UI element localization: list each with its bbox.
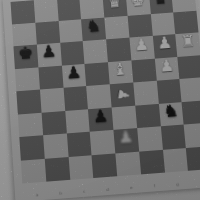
square-b4[interactable] <box>40 88 65 113</box>
piece-black-knight-g3[interactable]: ♞ <box>163 102 180 120</box>
square-e7[interactable] <box>104 15 129 39</box>
square-a8[interactable] <box>11 0 36 24</box>
piece-white-king-f8[interactable]: ♚ <box>130 0 146 9</box>
piece-white-pawn-e2[interactable]: ♟ <box>118 129 134 147</box>
file-label-h: h <box>199 179 200 184</box>
square-h7[interactable] <box>173 10 198 34</box>
piece-white-pawn-f6[interactable]: ♟ <box>133 36 149 53</box>
chess-photo: ♛♚♛♞♚♟♟♟♜♟♝♟♟♟♞♟ abcdefgh <box>0 0 200 200</box>
square-g2[interactable] <box>160 125 186 150</box>
square-c2[interactable] <box>66 132 91 157</box>
square-c5[interactable]: ♟ <box>61 63 86 87</box>
file-label-g: g <box>176 181 179 186</box>
file-label-a: a <box>35 192 38 197</box>
square-a3[interactable] <box>18 112 43 137</box>
square-f5[interactable] <box>131 58 156 82</box>
piece-black-pawn-c5[interactable]: ♟ <box>66 64 82 81</box>
square-h3[interactable] <box>182 100 200 125</box>
square-g4[interactable] <box>156 79 181 103</box>
square-e2[interactable]: ♟ <box>113 128 138 153</box>
piece-white-bishop-e5[interactable]: ♝ <box>112 60 128 77</box>
square-c7[interactable] <box>58 19 83 43</box>
square-e4[interactable]: ♟ <box>110 82 135 106</box>
square-b1[interactable] <box>44 157 69 182</box>
square-d3[interactable]: ♟ <box>88 107 113 132</box>
square-b6[interactable]: ♟ <box>37 43 62 67</box>
square-g1[interactable] <box>162 148 188 173</box>
file-label-d: d <box>106 187 109 192</box>
square-d2[interactable] <box>90 130 115 155</box>
square-g6[interactable]: ♟ <box>152 34 177 58</box>
square-f1[interactable] <box>139 149 165 174</box>
piece-black-knight-d7[interactable]: ♞ <box>85 18 101 35</box>
square-h4[interactable] <box>180 77 200 101</box>
square-a6[interactable]: ♚ <box>13 45 38 69</box>
square-d7[interactable]: ♞ <box>81 17 106 41</box>
square-d6[interactable] <box>83 39 108 63</box>
square-f7[interactable] <box>127 14 152 38</box>
piece-white-pawn-e4[interactable]: ♟ <box>116 88 132 103</box>
file-label-c: c <box>83 188 86 193</box>
square-f4[interactable] <box>133 81 158 105</box>
square-d5[interactable] <box>85 62 110 86</box>
file-label-f: f <box>153 183 155 188</box>
square-b3[interactable] <box>41 111 66 136</box>
square-e1[interactable] <box>115 151 141 176</box>
square-c3[interactable] <box>65 109 90 134</box>
chess-board-frame: ♛♚♛♞♚♟♟♟♜♟♝♟♟♟♞♟ abcdefgh <box>2 0 200 200</box>
square-c1[interactable] <box>68 155 93 180</box>
square-e6[interactable] <box>106 38 131 62</box>
square-f2[interactable] <box>137 126 163 151</box>
square-h5[interactable] <box>178 55 200 79</box>
square-f6[interactable]: ♟ <box>129 36 154 60</box>
piece-white-rook-h6[interactable]: ♜ <box>180 33 196 50</box>
piece-white-pawn-g5[interactable]: ♟ <box>158 57 174 74</box>
square-d1[interactable] <box>92 153 117 178</box>
square-a2[interactable] <box>19 135 44 160</box>
square-g5[interactable]: ♟ <box>154 56 179 80</box>
chess-board[interactable]: ♛♚♛♞♚♟♟♟♜♟♝♟♟♟♞♟ <box>11 0 200 183</box>
square-a4[interactable] <box>16 90 41 115</box>
square-a5[interactable] <box>15 67 40 91</box>
square-b8[interactable] <box>34 0 59 22</box>
square-a1[interactable] <box>21 158 46 183</box>
square-g3[interactable]: ♞ <box>158 102 183 127</box>
square-c4[interactable] <box>63 86 88 111</box>
square-e5[interactable]: ♝ <box>108 60 133 84</box>
piece-white-pawn-g6[interactable]: ♟ <box>156 35 172 52</box>
square-h2[interactable] <box>184 123 200 148</box>
piece-white-queen-e8[interactable]: ♛ <box>107 0 123 11</box>
square-e8[interactable]: ♛ <box>102 0 127 17</box>
square-b5[interactable] <box>38 65 63 89</box>
file-label-e: e <box>130 185 133 190</box>
file-label-b: b <box>59 190 62 195</box>
square-h1[interactable] <box>186 146 200 171</box>
piece-black-king-a6[interactable]: ♚ <box>18 45 34 62</box>
square-e3[interactable] <box>112 105 137 130</box>
square-d4[interactable] <box>86 84 111 108</box>
square-f3[interactable] <box>135 103 160 128</box>
square-h6[interactable]: ♜ <box>175 32 200 56</box>
square-c8[interactable] <box>57 0 82 21</box>
piece-black-queen-g8[interactable]: ♛ <box>153 0 169 7</box>
piece-black-pawn-b6[interactable]: ♟ <box>41 43 57 60</box>
square-b2[interactable] <box>43 133 68 158</box>
piece-black-pawn-d3[interactable]: ♟ <box>92 107 108 125</box>
